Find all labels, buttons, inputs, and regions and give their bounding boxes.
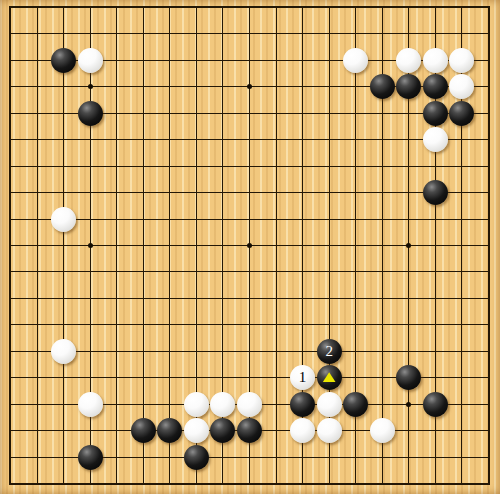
hoshi-point <box>247 243 252 248</box>
black-stone: 2 <box>317 339 342 364</box>
white-stone <box>317 418 342 443</box>
black-stone <box>237 418 262 443</box>
triangle-marker-icon <box>323 372 336 382</box>
move-number-label: 1 <box>299 370 307 385</box>
white-stone <box>210 392 235 417</box>
white-stone <box>317 392 342 417</box>
go-board[interactable]: 21 <box>0 0 500 494</box>
white-stone <box>237 392 262 417</box>
white-stone <box>423 48 448 73</box>
black-stone <box>78 101 103 126</box>
black-stone <box>290 392 315 417</box>
black-stone <box>423 392 448 417</box>
white-stone <box>423 127 448 152</box>
black-stone <box>131 418 156 443</box>
hoshi-point <box>88 243 93 248</box>
white-stone <box>370 418 395 443</box>
grid-line-horizontal <box>11 298 489 299</box>
white-stone <box>184 418 209 443</box>
move-number-label: 2 <box>325 344 333 359</box>
black-stone <box>317 365 342 390</box>
black-stone <box>184 445 209 470</box>
grid-line-vertical <box>276 8 277 484</box>
black-stone <box>370 74 395 99</box>
black-stone <box>423 101 448 126</box>
grid-line-horizontal <box>11 271 489 272</box>
black-stone <box>78 445 103 470</box>
grid-line-horizontal <box>11 324 489 325</box>
black-stone <box>51 48 76 73</box>
white-stone <box>343 48 368 73</box>
white-stone <box>78 48 103 73</box>
white-stone <box>51 207 76 232</box>
grid-line-horizontal <box>11 351 489 352</box>
black-stone <box>423 180 448 205</box>
black-stone <box>343 392 368 417</box>
white-stone <box>184 392 209 417</box>
white-stone <box>78 392 103 417</box>
white-stone <box>51 339 76 364</box>
